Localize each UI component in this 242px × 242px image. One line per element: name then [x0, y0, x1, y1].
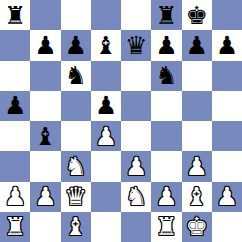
black-pawn[interactable]: ♟ — [95, 93, 117, 118]
square-e8[interactable] — [121, 0, 151, 30]
square-h3[interactable] — [212, 151, 242, 181]
square-b2[interactable]: ♟ — [30, 182, 60, 212]
black-bishop[interactable]: ♝ — [95, 33, 117, 58]
square-c7[interactable]: ♟ — [61, 30, 91, 60]
black-knight[interactable]: ♞ — [64, 63, 86, 88]
square-a6[interactable] — [0, 61, 30, 91]
square-a1[interactable]: ♜ — [0, 212, 30, 242]
black-queen[interactable]: ♛ — [125, 33, 147, 58]
square-f3[interactable] — [151, 151, 181, 181]
square-b3[interactable] — [30, 151, 60, 181]
white-pawn[interactable]: ♟ — [125, 154, 147, 179]
white-bishop[interactable]: ♝ — [185, 184, 207, 209]
white-knight[interactable]: ♞ — [125, 184, 147, 209]
square-h6[interactable] — [212, 61, 242, 91]
square-c3[interactable]: ♞ — [61, 151, 91, 181]
square-d7[interactable]: ♝ — [91, 30, 121, 60]
black-king[interactable]: ♚ — [185, 3, 207, 28]
square-h7[interactable]: ♟ — [212, 30, 242, 60]
black-pawn[interactable]: ♟ — [216, 33, 238, 58]
square-e7[interactable]: ♛ — [121, 30, 151, 60]
black-pawn[interactable]: ♟ — [4, 93, 26, 118]
white-knight[interactable]: ♞ — [64, 154, 86, 179]
white-pawn[interactable]: ♟ — [185, 154, 207, 179]
square-d4[interactable]: ♟ — [91, 121, 121, 151]
square-d2[interactable] — [91, 182, 121, 212]
white-queen[interactable]: ♛ — [64, 184, 86, 209]
square-a5[interactable]: ♟ — [0, 91, 30, 121]
black-pawn[interactable]: ♟ — [64, 33, 86, 58]
square-g6[interactable] — [182, 61, 212, 91]
square-g4[interactable] — [182, 121, 212, 151]
square-b7[interactable]: ♟ — [30, 30, 60, 60]
black-pawn[interactable]: ♟ — [155, 33, 177, 58]
black-bishop[interactable]: ♝ — [34, 124, 56, 149]
square-c5[interactable] — [61, 91, 91, 121]
square-a2[interactable]: ♟ — [0, 182, 30, 212]
black-pawn[interactable]: ♟ — [185, 33, 207, 58]
white-pawn[interactable]: ♟ — [95, 124, 117, 149]
square-f7[interactable]: ♟ — [151, 30, 181, 60]
square-h1[interactable] — [212, 212, 242, 242]
square-f1[interactable]: ♜ — [151, 212, 181, 242]
square-f8[interactable]: ♜ — [151, 0, 181, 30]
black-knight[interactable]: ♞ — [155, 63, 177, 88]
square-e2[interactable]: ♞ — [121, 182, 151, 212]
white-rook[interactable]: ♜ — [155, 214, 177, 239]
square-c8[interactable] — [61, 0, 91, 30]
square-a7[interactable] — [0, 30, 30, 60]
square-h5[interactable] — [212, 91, 242, 121]
square-d3[interactable] — [91, 151, 121, 181]
square-b5[interactable] — [30, 91, 60, 121]
square-f5[interactable] — [151, 91, 181, 121]
square-g2[interactable]: ♝ — [182, 182, 212, 212]
square-g7[interactable]: ♟ — [182, 30, 212, 60]
square-e1[interactable] — [121, 212, 151, 242]
square-h2[interactable]: ♟ — [212, 182, 242, 212]
square-g8[interactable]: ♚ — [182, 0, 212, 30]
square-e5[interactable] — [121, 91, 151, 121]
square-a3[interactable] — [0, 151, 30, 181]
square-b8[interactable] — [30, 0, 60, 30]
square-b6[interactable] — [30, 61, 60, 91]
square-g3[interactable]: ♟ — [182, 151, 212, 181]
square-c1[interactable]: ♝ — [61, 212, 91, 242]
square-h4[interactable] — [212, 121, 242, 151]
black-rook[interactable]: ♜ — [155, 3, 177, 28]
chess-board: ♜♜♚♟♟♝♛♟♟♟♞♞♟♟♝♟♞♟♟♟♟♛♞♟♝♟♜♝♜♚ — [0, 0, 242, 242]
square-g5[interactable] — [182, 91, 212, 121]
square-a8[interactable]: ♜ — [0, 0, 30, 30]
white-rook[interactable]: ♜ — [4, 214, 26, 239]
square-f4[interactable] — [151, 121, 181, 151]
white-pawn[interactable]: ♟ — [34, 184, 56, 209]
white-pawn[interactable]: ♟ — [216, 184, 238, 209]
white-king[interactable]: ♚ — [185, 214, 207, 239]
square-d8[interactable] — [91, 0, 121, 30]
square-f6[interactable]: ♞ — [151, 61, 181, 91]
black-pawn[interactable]: ♟ — [34, 33, 56, 58]
square-d6[interactable] — [91, 61, 121, 91]
square-h8[interactable] — [212, 0, 242, 30]
square-b1[interactable] — [30, 212, 60, 242]
white-pawn[interactable]: ♟ — [4, 184, 26, 209]
square-b4[interactable]: ♝ — [30, 121, 60, 151]
white-pawn[interactable]: ♟ — [155, 184, 177, 209]
square-c4[interactable] — [61, 121, 91, 151]
square-c2[interactable]: ♛ — [61, 182, 91, 212]
square-a4[interactable] — [0, 121, 30, 151]
black-rook[interactable]: ♜ — [4, 3, 26, 28]
square-d5[interactable]: ♟ — [91, 91, 121, 121]
square-g1[interactable]: ♚ — [182, 212, 212, 242]
square-e6[interactable] — [121, 61, 151, 91]
square-e3[interactable]: ♟ — [121, 151, 151, 181]
white-bishop[interactable]: ♝ — [64, 214, 86, 239]
square-c6[interactable]: ♞ — [61, 61, 91, 91]
square-e4[interactable] — [121, 121, 151, 151]
square-f2[interactable]: ♟ — [151, 182, 181, 212]
square-d1[interactable] — [91, 212, 121, 242]
